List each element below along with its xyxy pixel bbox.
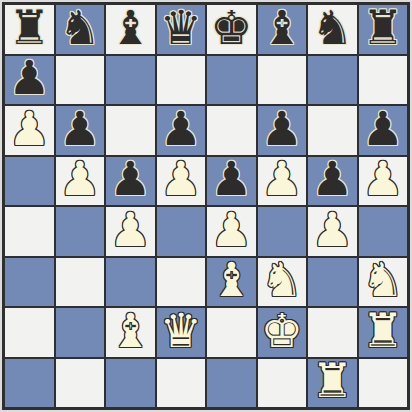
black-pawn[interactable]: ♟ [160,105,202,152]
square-d1[interactable] [157,359,206,408]
square-b2[interactable] [56,308,105,357]
white-pawn[interactable]: ♟ [362,155,404,202]
square-e7[interactable] [207,56,256,105]
square-d5[interactable]: ♟ [157,157,206,206]
square-a7[interactable]: ♟ [5,56,54,105]
square-h4[interactable] [359,207,408,256]
black-knight[interactable]: ♞ [311,4,353,51]
square-a4[interactable] [5,207,54,256]
square-b5[interactable]: ♟ [56,157,105,206]
black-pawn[interactable]: ♟ [210,155,252,202]
square-c7[interactable] [106,56,155,105]
square-d7[interactable] [157,56,206,105]
square-e2[interactable] [207,308,256,357]
square-g6[interactable] [308,106,357,155]
square-b1[interactable] [56,359,105,408]
square-c3[interactable] [106,258,155,307]
white-pawn[interactable]: ♟ [160,155,202,202]
black-pawn[interactable]: ♟ [109,155,151,202]
white-king[interactable]: ♚ [261,307,303,354]
square-f6[interactable]: ♟ [258,106,307,155]
square-g5[interactable]: ♟ [308,157,357,206]
white-pawn[interactable]: ♟ [311,206,353,253]
square-h1[interactable] [359,359,408,408]
square-g4[interactable]: ♟ [308,207,357,256]
square-a6[interactable]: ♟ [5,106,54,155]
black-pawn[interactable]: ♟ [261,105,303,152]
square-c8[interactable]: ♝ [106,5,155,54]
square-f4[interactable] [258,207,307,256]
page-background: ♜♞♝♛♚♝♞♜♟♟♟♟♟♟♟♟♟♟♟♟♟♟♟♟♝♞♞♝♛♚♜♜ [0,0,412,412]
square-d8[interactable]: ♛ [157,5,206,54]
square-h8[interactable]: ♜ [359,5,408,54]
black-pawn[interactable]: ♟ [59,105,101,152]
square-a1[interactable] [5,359,54,408]
square-c5[interactable]: ♟ [106,157,155,206]
square-g2[interactable] [308,308,357,357]
black-pawn[interactable]: ♟ [311,155,353,202]
black-rook[interactable]: ♜ [362,4,404,51]
square-e5[interactable]: ♟ [207,157,256,206]
black-bishop[interactable]: ♝ [109,4,151,51]
white-pawn[interactable]: ♟ [59,155,101,202]
square-c4[interactable]: ♟ [106,207,155,256]
white-pawn[interactable]: ♟ [210,206,252,253]
white-pawn[interactable]: ♟ [8,105,50,152]
square-c6[interactable] [106,106,155,155]
square-a3[interactable] [5,258,54,307]
square-g7[interactable] [308,56,357,105]
square-f7[interactable] [258,56,307,105]
square-g3[interactable] [308,258,357,307]
square-a2[interactable] [5,308,54,357]
square-b4[interactable] [56,207,105,256]
square-c1[interactable] [106,359,155,408]
square-f5[interactable]: ♟ [258,157,307,206]
square-f2[interactable]: ♚ [258,308,307,357]
white-rook[interactable]: ♜ [362,307,404,354]
square-e8[interactable]: ♚ [207,5,256,54]
square-h3[interactable]: ♞ [359,258,408,307]
square-h7[interactable] [359,56,408,105]
black-knight[interactable]: ♞ [59,4,101,51]
square-c2[interactable]: ♝ [106,308,155,357]
white-knight[interactable]: ♞ [362,256,404,303]
square-e3[interactable]: ♝ [207,258,256,307]
white-rook[interactable]: ♜ [311,357,353,404]
square-a5[interactable] [5,157,54,206]
square-b8[interactable]: ♞ [56,5,105,54]
white-pawn[interactable]: ♟ [261,155,303,202]
square-d6[interactable]: ♟ [157,106,206,155]
square-d3[interactable] [157,258,206,307]
square-h6[interactable]: ♟ [359,106,408,155]
black-bishop[interactable]: ♝ [261,4,303,51]
square-d2[interactable]: ♛ [157,308,206,357]
black-pawn[interactable]: ♟ [362,105,404,152]
square-d4[interactable] [157,207,206,256]
square-h2[interactable]: ♜ [359,308,408,357]
white-bishop[interactable]: ♝ [109,307,151,354]
square-b7[interactable] [56,56,105,105]
square-a8[interactable]: ♜ [5,5,54,54]
square-f1[interactable] [258,359,307,408]
square-f8[interactable]: ♝ [258,5,307,54]
white-queen[interactable]: ♛ [160,307,202,354]
black-queen[interactable]: ♛ [160,4,202,51]
black-rook[interactable]: ♜ [8,4,50,51]
white-knight[interactable]: ♞ [261,256,303,303]
square-g8[interactable]: ♞ [308,5,357,54]
white-bishop[interactable]: ♝ [210,256,252,303]
square-e1[interactable] [207,359,256,408]
chess-board: ♜♞♝♛♚♝♞♜♟♟♟♟♟♟♟♟♟♟♟♟♟♟♟♟♝♞♞♝♛♚♜♜ [2,2,410,410]
square-b3[interactable] [56,258,105,307]
square-g1[interactable]: ♜ [308,359,357,408]
square-e4[interactable]: ♟ [207,207,256,256]
black-pawn[interactable]: ♟ [8,54,50,101]
square-h5[interactable]: ♟ [359,157,408,206]
white-pawn[interactable]: ♟ [109,206,151,253]
square-e6[interactable] [207,106,256,155]
square-b6[interactable]: ♟ [56,106,105,155]
black-king[interactable]: ♚ [210,4,252,51]
square-f3[interactable]: ♞ [258,258,307,307]
